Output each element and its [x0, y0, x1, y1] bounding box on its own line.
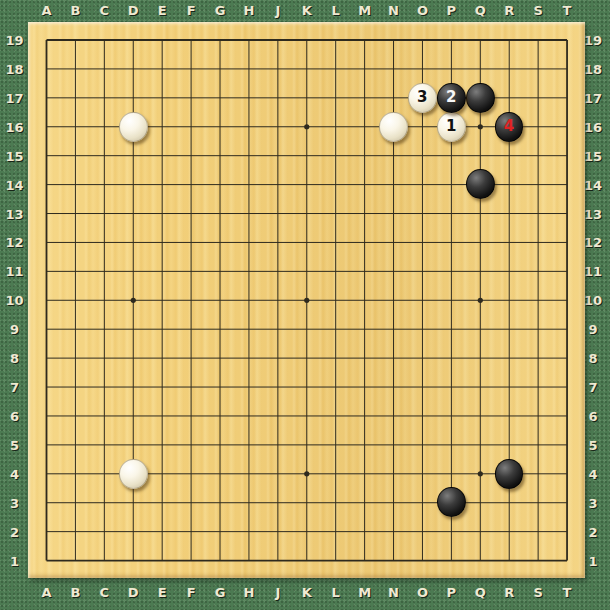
- black-stone-P17[interactable]: 2: [437, 83, 466, 113]
- black-stone-P3[interactable]: [437, 487, 466, 517]
- row-label-left-13: 13: [5, 207, 23, 220]
- black-stone-Q14[interactable]: [466, 169, 495, 199]
- row-label-left-7: 7: [10, 381, 19, 394]
- row-label-left-3: 3: [10, 496, 19, 509]
- row-label-right-16: 16: [584, 120, 602, 133]
- move-number-2: 2: [446, 90, 456, 105]
- row-label-left-14: 14: [5, 178, 23, 191]
- column-label-bottom-L: L: [332, 586, 340, 599]
- column-label-top-N: N: [388, 4, 399, 17]
- column-label-bottom-K: K: [302, 586, 312, 599]
- intersection-D4: [119, 459, 148, 488]
- row-label-right-7: 7: [588, 381, 597, 394]
- white-stone-O17[interactable]: 3: [408, 83, 437, 113]
- row-label-right-8: 8: [588, 352, 597, 365]
- move-number-3: 3: [417, 90, 427, 105]
- column-label-bottom-E: E: [158, 586, 167, 599]
- column-label-bottom-Q: Q: [475, 586, 486, 599]
- intersection-P17: 2: [437, 83, 466, 112]
- column-label-bottom-G: G: [215, 586, 226, 599]
- row-label-left-1: 1: [10, 554, 19, 567]
- move-number-4: 4: [504, 119, 514, 134]
- column-label-top-L: L: [332, 4, 340, 17]
- row-label-right-17: 17: [584, 91, 602, 104]
- column-label-bottom-R: R: [504, 586, 514, 599]
- intersection-R4: [495, 459, 524, 488]
- column-label-top-D: D: [128, 4, 139, 17]
- column-label-top-F: F: [187, 4, 196, 17]
- go-diagram: ABCDEFGHJKLMNOPQRST ABCDEFGHJKLMNOPQRST …: [0, 0, 610, 610]
- white-stone-P16[interactable]: 1: [437, 112, 466, 142]
- intersection-D16: [119, 112, 148, 141]
- column-label-top-O: O: [417, 4, 428, 17]
- column-label-bottom-T: T: [563, 586, 572, 599]
- white-stone-N16[interactable]: [379, 112, 408, 142]
- black-stone-R16[interactable]: 4: [495, 112, 524, 142]
- row-label-right-13: 13: [584, 207, 602, 220]
- row-label-left-19: 19: [5, 34, 23, 47]
- row-label-left-18: 18: [5, 62, 23, 75]
- row-label-left-2: 2: [10, 525, 19, 538]
- intersection-Q17: [466, 83, 495, 112]
- row-label-left-11: 11: [5, 265, 23, 278]
- column-label-top-H: H: [243, 4, 254, 17]
- column-label-top-S: S: [533, 4, 542, 17]
- row-label-left-12: 12: [5, 236, 23, 249]
- column-label-top-K: K: [302, 4, 312, 17]
- column-label-bottom-N: N: [388, 586, 399, 599]
- column-label-top-G: G: [215, 4, 226, 17]
- column-label-bottom-H: H: [243, 586, 254, 599]
- column-label-top-E: E: [158, 4, 167, 17]
- move-number-1: 1: [446, 119, 456, 134]
- row-label-right-18: 18: [584, 62, 602, 75]
- intersection-R16: 4: [495, 112, 524, 141]
- row-label-right-10: 10: [584, 294, 602, 307]
- row-label-left-5: 5: [10, 438, 19, 451]
- column-label-bottom-A: A: [41, 586, 51, 599]
- stone-grid: 3124: [32, 26, 581, 575]
- column-label-top-C: C: [100, 4, 110, 17]
- row-label-left-15: 15: [5, 149, 23, 162]
- column-label-top-P: P: [447, 4, 457, 17]
- intersection-P3: [437, 488, 466, 517]
- column-label-bottom-F: F: [187, 586, 196, 599]
- row-label-right-9: 9: [588, 323, 597, 336]
- row-label-right-15: 15: [584, 149, 602, 162]
- row-label-right-12: 12: [584, 236, 602, 249]
- row-label-left-17: 17: [5, 91, 23, 104]
- row-label-right-11: 11: [584, 265, 602, 278]
- column-label-bottom-M: M: [358, 586, 371, 599]
- column-label-bottom-J: J: [275, 586, 280, 599]
- column-label-top-R: R: [504, 4, 514, 17]
- row-label-right-6: 6: [588, 409, 597, 422]
- intersection-P16: 1: [437, 112, 466, 141]
- row-label-left-16: 16: [5, 120, 23, 133]
- white-stone-D16[interactable]: [119, 112, 148, 142]
- row-label-right-19: 19: [584, 34, 602, 47]
- column-label-top-T: T: [563, 4, 572, 17]
- column-label-bottom-P: P: [447, 586, 457, 599]
- intersection-O17: 3: [408, 83, 437, 112]
- row-label-left-6: 6: [10, 409, 19, 422]
- column-label-bottom-S: S: [533, 586, 542, 599]
- row-label-right-2: 2: [588, 525, 597, 538]
- intersection-N16: [379, 112, 408, 141]
- go-board[interactable]: 3124: [28, 22, 585, 578]
- column-label-top-Q: Q: [475, 4, 486, 17]
- row-label-right-1: 1: [588, 554, 597, 567]
- column-label-top-M: M: [358, 4, 371, 17]
- row-label-right-14: 14: [584, 178, 602, 191]
- row-label-left-9: 9: [10, 323, 19, 336]
- column-label-bottom-B: B: [70, 586, 80, 599]
- column-label-top-A: A: [41, 4, 51, 17]
- white-stone-D4[interactable]: [119, 459, 148, 489]
- row-label-right-3: 3: [588, 496, 597, 509]
- column-label-top-J: J: [275, 4, 280, 17]
- row-label-left-4: 4: [10, 467, 19, 480]
- black-stone-R4[interactable]: [495, 459, 524, 489]
- column-label-top-B: B: [70, 4, 80, 17]
- row-label-right-4: 4: [588, 467, 597, 480]
- column-label-bottom-D: D: [128, 586, 139, 599]
- row-label-left-10: 10: [5, 294, 23, 307]
- column-label-bottom-C: C: [100, 586, 110, 599]
- black-stone-Q17[interactable]: [466, 83, 495, 113]
- row-label-left-8: 8: [10, 352, 19, 365]
- column-label-bottom-O: O: [417, 586, 428, 599]
- intersection-Q14: [466, 170, 495, 199]
- row-label-right-5: 5: [588, 438, 597, 451]
